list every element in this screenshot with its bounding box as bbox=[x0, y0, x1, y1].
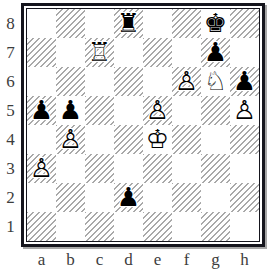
square-e7[interactable] bbox=[143, 38, 172, 67]
square-h4[interactable] bbox=[230, 125, 259, 154]
square-c6[interactable] bbox=[85, 67, 114, 96]
square-e2[interactable] bbox=[143, 183, 172, 212]
file-label-c: c bbox=[96, 251, 104, 268]
square-c4[interactable] bbox=[85, 125, 114, 154]
chess-diagram: 87654321 ♜♚♖♟♙♘♟♟♟♙♙♙♔♙♟ abcdefgh bbox=[0, 0, 272, 273]
file-label-d: d bbox=[124, 251, 133, 268]
square-h8[interactable] bbox=[230, 9, 259, 38]
square-h1[interactable] bbox=[230, 212, 259, 241]
square-g3[interactable] bbox=[201, 154, 230, 183]
black-pawn: ♟ bbox=[201, 38, 230, 67]
square-d7[interactable] bbox=[114, 38, 143, 67]
black-pawn: ♟ bbox=[56, 96, 85, 125]
file-label-e: e bbox=[154, 251, 162, 268]
square-e3[interactable] bbox=[143, 154, 172, 183]
square-a6[interactable] bbox=[27, 67, 56, 96]
square-g7[interactable]: ♟ bbox=[201, 38, 230, 67]
square-d8[interactable]: ♜ bbox=[114, 9, 143, 38]
square-h6[interactable]: ♟ bbox=[230, 67, 259, 96]
square-f8[interactable] bbox=[172, 9, 201, 38]
square-e4[interactable]: ♔ bbox=[143, 125, 172, 154]
square-f4[interactable] bbox=[172, 125, 201, 154]
white-pawn: ♙ bbox=[230, 96, 259, 125]
square-b8[interactable] bbox=[56, 9, 85, 38]
file-label-b: b bbox=[66, 251, 75, 268]
square-b7[interactable] bbox=[56, 38, 85, 67]
square-a7[interactable] bbox=[27, 38, 56, 67]
rank-label-3: 3 bbox=[6, 160, 15, 177]
rank-label-8: 8 bbox=[6, 15, 15, 32]
square-h3[interactable] bbox=[230, 154, 259, 183]
square-f1[interactable] bbox=[172, 212, 201, 241]
rank-label-2: 2 bbox=[6, 189, 15, 206]
square-g1[interactable] bbox=[201, 212, 230, 241]
square-f6[interactable]: ♙ bbox=[172, 67, 201, 96]
file-label-f: f bbox=[184, 251, 190, 268]
square-f7[interactable] bbox=[172, 38, 201, 67]
square-a4[interactable] bbox=[27, 125, 56, 154]
rank-label-6: 6 bbox=[6, 73, 15, 90]
board: ♜♚♖♟♙♘♟♟♟♙♙♙♔♙♟ bbox=[26, 8, 260, 242]
square-c8[interactable] bbox=[85, 9, 114, 38]
square-b3[interactable] bbox=[56, 154, 85, 183]
square-c7[interactable]: ♖ bbox=[85, 38, 114, 67]
square-d6[interactable] bbox=[114, 67, 143, 96]
square-g4[interactable] bbox=[201, 125, 230, 154]
black-pawn: ♟ bbox=[114, 183, 143, 212]
black-pawn: ♟ bbox=[230, 67, 259, 96]
square-e1[interactable] bbox=[143, 212, 172, 241]
white-king: ♔ bbox=[143, 125, 172, 154]
black-king: ♚ bbox=[201, 9, 230, 38]
square-f2[interactable] bbox=[172, 183, 201, 212]
square-c1[interactable] bbox=[85, 212, 114, 241]
white-knight: ♘ bbox=[201, 67, 230, 96]
square-e5[interactable]: ♙ bbox=[143, 96, 172, 125]
black-rook: ♜ bbox=[114, 9, 143, 38]
square-g5[interactable] bbox=[201, 96, 230, 125]
square-h5[interactable]: ♙ bbox=[230, 96, 259, 125]
square-h7[interactable] bbox=[230, 38, 259, 67]
square-f3[interactable] bbox=[172, 154, 201, 183]
white-pawn: ♙ bbox=[56, 125, 85, 154]
square-c5[interactable] bbox=[85, 96, 114, 125]
square-b1[interactable] bbox=[56, 212, 85, 241]
file-label-a: a bbox=[38, 251, 46, 268]
black-pawn: ♟ bbox=[27, 96, 56, 125]
white-pawn: ♙ bbox=[172, 67, 201, 96]
square-d3[interactable] bbox=[114, 154, 143, 183]
square-a1[interactable] bbox=[27, 212, 56, 241]
square-b4[interactable]: ♙ bbox=[56, 125, 85, 154]
square-a2[interactable] bbox=[27, 183, 56, 212]
rank-label-1: 1 bbox=[6, 218, 15, 235]
white-rook: ♖ bbox=[85, 38, 114, 67]
rank-label-4: 4 bbox=[6, 131, 15, 148]
square-d5[interactable] bbox=[114, 96, 143, 125]
white-pawn: ♙ bbox=[27, 154, 56, 183]
square-e8[interactable] bbox=[143, 9, 172, 38]
square-c3[interactable] bbox=[85, 154, 114, 183]
square-e6[interactable] bbox=[143, 67, 172, 96]
square-b6[interactable] bbox=[56, 67, 85, 96]
rank-label-5: 5 bbox=[6, 102, 15, 119]
square-g6[interactable]: ♘ bbox=[201, 67, 230, 96]
rank-labels: 87654321 bbox=[0, 3, 21, 241]
square-h2[interactable] bbox=[230, 183, 259, 212]
square-d2[interactable]: ♟ bbox=[114, 183, 143, 212]
white-pawn: ♙ bbox=[143, 96, 172, 125]
rank-label-7: 7 bbox=[6, 44, 15, 61]
square-b2[interactable] bbox=[56, 183, 85, 212]
square-a3[interactable]: ♙ bbox=[27, 154, 56, 183]
square-a8[interactable] bbox=[27, 9, 56, 38]
square-a5[interactable]: ♟ bbox=[27, 96, 56, 125]
file-label-g: g bbox=[211, 251, 220, 268]
square-g8[interactable]: ♚ bbox=[201, 9, 230, 38]
file-label-h: h bbox=[240, 251, 249, 268]
file-labels: abcdefgh bbox=[27, 247, 272, 271]
square-d4[interactable] bbox=[114, 125, 143, 154]
board-frame: ♜♚♖♟♙♘♟♟♟♙♙♙♔♙♟ bbox=[21, 3, 265, 247]
square-f5[interactable] bbox=[172, 96, 201, 125]
square-d1[interactable] bbox=[114, 212, 143, 241]
square-g2[interactable] bbox=[201, 183, 230, 212]
square-b5[interactable]: ♟ bbox=[56, 96, 85, 125]
square-c2[interactable] bbox=[85, 183, 114, 212]
